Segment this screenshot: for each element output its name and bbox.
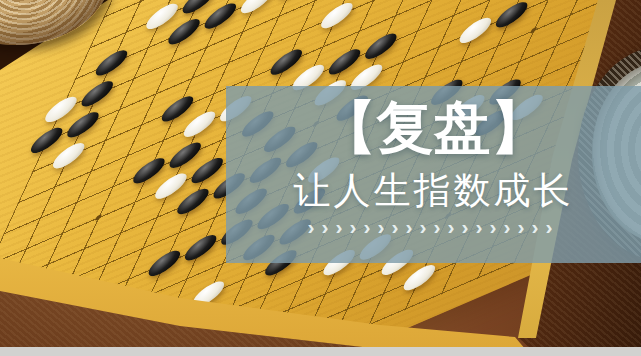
stone-black — [492, 0, 532, 32]
title-overlay: 【复盘】 让人生指数成长 ›››››››››››››››››› — [226, 86, 641, 263]
go-photo-poster: 【复盘】 让人生指数成长 ›››››››››››››››››› — [0, 0, 641, 356]
stone-black — [63, 107, 103, 142]
stone-black — [92, 46, 132, 81]
star-point — [94, 213, 102, 221]
stone-white — [180, 107, 220, 142]
stone-black — [164, 14, 204, 49]
chevron-row-icon: ›››››››››››››››››› — [308, 216, 560, 237]
stone-black — [144, 246, 184, 281]
stone-white — [237, 0, 277, 18]
stone-black — [181, 230, 221, 265]
stone-white — [399, 260, 439, 295]
stone-white — [49, 138, 89, 173]
stone-black — [273, 0, 313, 2]
stone-black — [173, 184, 213, 219]
bottom-border-strip — [0, 347, 641, 356]
stone-black — [77, 77, 117, 112]
star-point — [530, 26, 538, 34]
poster-subtitle: 让人生指数成长 — [294, 172, 574, 209]
poster-title: 【复盘】 — [320, 99, 548, 156]
stone-white — [455, 13, 495, 48]
stone-black — [200, 0, 240, 33]
stone-black — [361, 29, 401, 64]
stone-white — [317, 0, 357, 33]
